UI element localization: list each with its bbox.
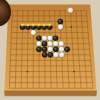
- stone-black: [36, 35, 41, 40]
- stone-black: [42, 52, 47, 57]
- stone-black: [53, 35, 58, 40]
- board-canvas: [0, 0, 100, 100]
- go-board-photo: [0, 0, 100, 100]
- stone-white: [42, 35, 47, 40]
- stone-white: [53, 52, 58, 57]
- stone-white: [47, 35, 52, 40]
- win-highlight-line: [21, 24, 51, 26]
- stone-white: [59, 47, 64, 52]
- stone-black: [36, 47, 41, 52]
- stone-white: [59, 52, 64, 57]
- stone-white: [58, 24, 63, 29]
- stone-white: [68, 8, 73, 13]
- stone-black: [42, 41, 47, 46]
- stone-white: [47, 41, 52, 46]
- stone-white: [59, 41, 64, 46]
- stone-white: [31, 30, 36, 35]
- stone-black: [48, 52, 53, 57]
- stone-black: [42, 47, 47, 52]
- stone-white: [36, 41, 41, 46]
- stone-black: [58, 19, 63, 24]
- stone-black: [53, 47, 58, 52]
- stone-black: [64, 47, 69, 52]
- stone-white: [47, 47, 52, 52]
- stone-white: [53, 41, 58, 46]
- board-front-edge: [4, 91, 96, 96]
